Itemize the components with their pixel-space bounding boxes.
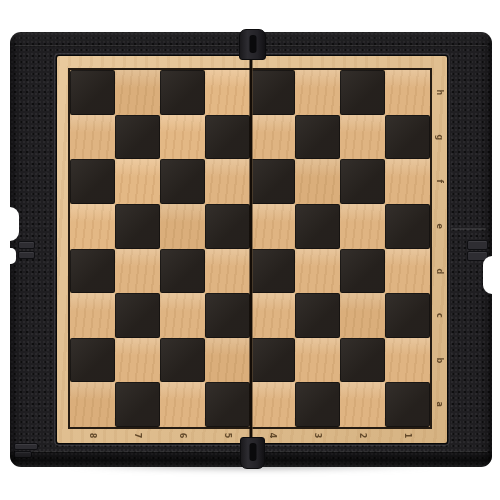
square-b6 xyxy=(160,338,205,383)
square-h2 xyxy=(340,70,385,115)
square-d3 xyxy=(295,249,340,294)
square-d4 xyxy=(250,249,295,294)
square-h7 xyxy=(115,70,160,115)
square-e7 xyxy=(115,204,160,249)
square-c5 xyxy=(205,293,250,338)
square-h3 xyxy=(295,70,340,115)
square-g2 xyxy=(340,115,385,160)
square-g4 xyxy=(250,115,295,160)
square-b4 xyxy=(250,338,295,383)
square-b7 xyxy=(115,338,160,383)
square-d6 xyxy=(160,249,205,294)
square-e6 xyxy=(160,204,205,249)
square-f3 xyxy=(295,159,340,204)
square-c8 xyxy=(70,293,115,338)
square-c7 xyxy=(115,293,160,338)
square-e4 xyxy=(250,204,295,249)
hinge-bottom xyxy=(240,437,265,469)
square-h4 xyxy=(250,70,295,115)
square-f2 xyxy=(340,159,385,204)
square-d8 xyxy=(70,249,115,294)
square-g5 xyxy=(205,115,250,160)
square-f8 xyxy=(70,159,115,204)
file-label-f: f xyxy=(417,174,462,190)
molding-detail-bottom-left-2 xyxy=(14,451,32,458)
rank-label-5: 5 xyxy=(220,413,235,458)
molding-detail-bottom-left-1 xyxy=(14,443,38,450)
square-f4 xyxy=(250,159,295,204)
hinge-top xyxy=(239,29,266,60)
square-e8 xyxy=(70,204,115,249)
square-h5 xyxy=(205,70,250,115)
square-c2 xyxy=(340,293,385,338)
square-b3 xyxy=(295,338,340,383)
square-b2 xyxy=(340,338,385,383)
rank-label-4: 4 xyxy=(265,413,280,458)
fold-seam xyxy=(249,56,253,443)
rank-label-8: 8 xyxy=(85,413,100,458)
latch-tab-left-upper xyxy=(18,241,35,249)
square-e3 xyxy=(295,204,340,249)
square-f7 xyxy=(115,159,160,204)
square-f6 xyxy=(160,159,205,204)
square-d5 xyxy=(205,249,250,294)
file-label-e: e xyxy=(417,218,462,234)
rank-label-6: 6 xyxy=(175,413,190,458)
file-labels: hgfedcba xyxy=(431,70,447,427)
file-label-a: a xyxy=(417,397,462,413)
file-label-h: h xyxy=(417,84,462,100)
file-label-b: b xyxy=(417,352,462,368)
square-c3 xyxy=(295,293,340,338)
square-g7 xyxy=(115,115,160,160)
square-e5 xyxy=(205,204,250,249)
file-label-d: d xyxy=(417,263,462,279)
square-h6 xyxy=(160,70,205,115)
square-h8 xyxy=(70,70,115,115)
latch-notch-left-step xyxy=(5,248,16,264)
rank-label-3: 3 xyxy=(310,413,325,458)
square-f5 xyxy=(205,159,250,204)
file-label-g: g xyxy=(417,129,462,145)
rank-label-2: 2 xyxy=(355,413,370,458)
latch-notch-left xyxy=(5,207,19,241)
latch-notch-right xyxy=(483,256,497,294)
square-g6 xyxy=(160,115,205,160)
chess-board: hgfedcba 87654321 xyxy=(57,56,447,443)
square-g3 xyxy=(295,115,340,160)
file-label-c: c xyxy=(417,307,462,323)
square-b8 xyxy=(70,338,115,383)
square-c6 xyxy=(160,293,205,338)
latch-tab-right-upper xyxy=(467,240,488,250)
square-c4 xyxy=(250,293,295,338)
square-b5 xyxy=(205,338,250,383)
square-e2 xyxy=(340,204,385,249)
latch-tab-left-lower xyxy=(18,251,35,259)
rank-label-7: 7 xyxy=(130,413,145,458)
square-d7 xyxy=(115,249,160,294)
square-d2 xyxy=(340,249,385,294)
hinge-pin-top xyxy=(249,35,256,53)
product-photo: hgfedcba 87654321 xyxy=(0,0,500,500)
hinge-pin-bottom xyxy=(249,443,256,461)
square-g8 xyxy=(70,115,115,160)
rank-label-1: 1 xyxy=(400,413,415,458)
